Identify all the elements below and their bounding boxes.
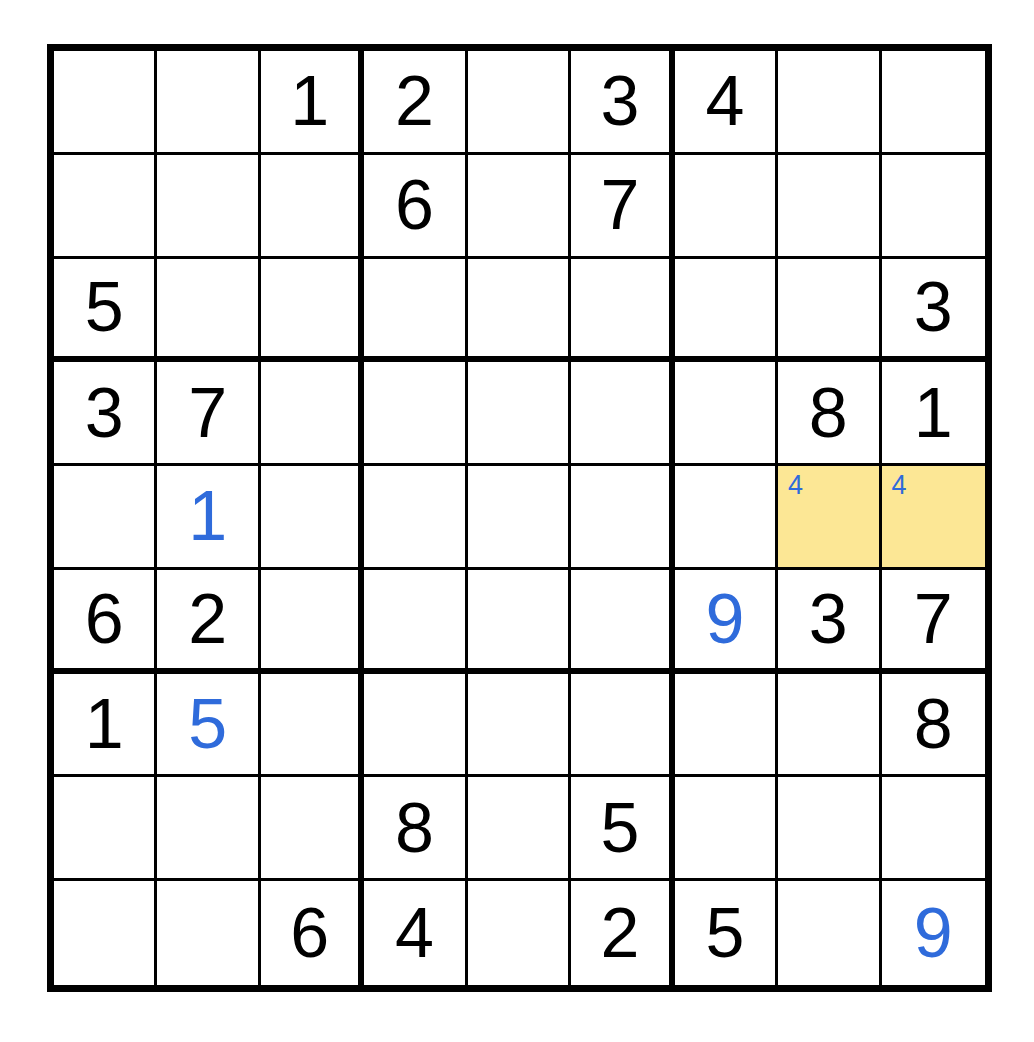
cell-r2c7[interactable] [675, 155, 778, 259]
cell-r6c4[interactable] [364, 570, 467, 674]
given-digit: 7 [914, 584, 953, 654]
given-digit: 8 [914, 689, 953, 759]
cell-r9c6[interactable]: 2 [571, 881, 674, 985]
cell-r5c4[interactable] [364, 466, 467, 570]
given-digit: 2 [600, 898, 639, 968]
given-digit: 5 [85, 272, 124, 342]
cell-r9c5[interactable] [468, 881, 571, 985]
given-digit: 1 [290, 66, 329, 136]
given-digit: 7 [188, 378, 227, 448]
given-digit: 3 [85, 378, 124, 448]
cell-r9c2[interactable] [157, 881, 260, 985]
cell-r5c1[interactable] [54, 466, 157, 570]
pencil-notes: 4 [788, 472, 811, 499]
cell-r1c5[interactable] [468, 51, 571, 155]
cell-r5c6[interactable] [571, 466, 674, 570]
cell-r5c8[interactable]: 4 [778, 466, 881, 570]
cell-r1c8[interactable] [778, 51, 881, 155]
cell-r7c3[interactable] [261, 674, 364, 778]
sudoku-board: 123467533781144629371588564259 [47, 44, 992, 992]
cell-r2c2[interactable] [157, 155, 260, 259]
cell-r6c9[interactable]: 7 [882, 570, 985, 674]
entry-digit: 9 [914, 898, 953, 968]
cell-r8c4[interactable]: 8 [364, 777, 467, 881]
cell-r6c3[interactable] [261, 570, 364, 674]
cell-r7c5[interactable] [468, 674, 571, 778]
cell-r2c1[interactable] [54, 155, 157, 259]
cell-r2c6[interactable]: 7 [571, 155, 674, 259]
cell-r3c2[interactable] [157, 259, 260, 363]
given-digit: 3 [600, 66, 639, 136]
given-digit: 6 [395, 170, 434, 240]
entry-digit: 1 [188, 481, 227, 551]
cell-r3c4[interactable] [364, 259, 467, 363]
given-digit: 7 [600, 170, 639, 240]
cell-r7c4[interactable] [364, 674, 467, 778]
cell-r8c1[interactable] [54, 777, 157, 881]
cell-r3c1[interactable]: 5 [54, 259, 157, 363]
cell-r3c3[interactable] [261, 259, 364, 363]
cell-r8c7[interactable] [675, 777, 778, 881]
cell-r1c1[interactable] [54, 51, 157, 155]
given-digit: 8 [395, 793, 434, 863]
cell-r7c2[interactable]: 5 [157, 674, 260, 778]
cell-r4c3[interactable] [261, 362, 364, 466]
cell-r7c8[interactable] [778, 674, 881, 778]
cell-r4c2[interactable]: 7 [157, 362, 260, 466]
cell-r6c2[interactable]: 2 [157, 570, 260, 674]
cell-r5c5[interactable] [468, 466, 571, 570]
cell-r5c2[interactable]: 1 [157, 466, 260, 570]
cell-r6c6[interactable] [571, 570, 674, 674]
cell-r3c8[interactable] [778, 259, 881, 363]
cell-r4c8[interactable]: 8 [778, 362, 881, 466]
cell-r1c9[interactable] [882, 51, 985, 155]
cell-r7c6[interactable] [571, 674, 674, 778]
given-digit: 1 [85, 689, 124, 759]
cell-r3c9[interactable]: 3 [882, 259, 985, 363]
cell-r9c3[interactable]: 6 [261, 881, 364, 985]
given-digit: 3 [914, 272, 953, 342]
cell-r9c8[interactable] [778, 881, 881, 985]
cell-r8c5[interactable] [468, 777, 571, 881]
cell-r6c8[interactable]: 3 [778, 570, 881, 674]
entry-digit: 9 [705, 584, 744, 654]
cell-r8c6[interactable]: 5 [571, 777, 674, 881]
cell-r4c4[interactable] [364, 362, 467, 466]
given-digit: 6 [85, 584, 124, 654]
given-digit: 2 [188, 584, 227, 654]
cell-r7c9[interactable]: 8 [882, 674, 985, 778]
cell-r8c9[interactable] [882, 777, 985, 881]
cell-r8c3[interactable] [261, 777, 364, 881]
pencil-notes: 4 [892, 472, 915, 499]
cell-r2c9[interactable] [882, 155, 985, 259]
given-digit: 4 [395, 898, 434, 968]
cell-r6c5[interactable] [468, 570, 571, 674]
cell-r6c7[interactable]: 9 [675, 570, 778, 674]
given-digit: 8 [809, 378, 848, 448]
given-digit: 4 [705, 66, 744, 136]
cell-r3c7[interactable] [675, 259, 778, 363]
cell-r5c9[interactable]: 4 [882, 466, 985, 570]
cell-r1c2[interactable] [157, 51, 260, 155]
given-digit: 5 [705, 898, 744, 968]
given-digit: 2 [395, 66, 434, 136]
cell-r2c3[interactable] [261, 155, 364, 259]
cell-r5c7[interactable] [675, 466, 778, 570]
cell-r7c7[interactable] [675, 674, 778, 778]
cell-r4c7[interactable] [675, 362, 778, 466]
cell-r5c3[interactable] [261, 466, 364, 570]
cell-r4c5[interactable] [468, 362, 571, 466]
cell-r6c1[interactable]: 6 [54, 570, 157, 674]
cell-r9c1[interactable] [54, 881, 157, 985]
cell-r2c5[interactable] [468, 155, 571, 259]
cell-r4c1[interactable]: 3 [54, 362, 157, 466]
cell-r4c9[interactable]: 1 [882, 362, 985, 466]
cell-r1c4[interactable]: 2 [364, 51, 467, 155]
cell-r1c3[interactable]: 1 [261, 51, 364, 155]
cell-r3c6[interactable] [571, 259, 674, 363]
cell-r1c7[interactable]: 4 [675, 51, 778, 155]
given-digit: 6 [290, 898, 329, 968]
cell-r8c8[interactable] [778, 777, 881, 881]
cell-r3c5[interactable] [468, 259, 571, 363]
sudoku-page: 123467533781144629371588564259 [0, 0, 1034, 1042]
entry-digit: 5 [188, 689, 227, 759]
given-digit: 1 [914, 378, 953, 448]
cell-r2c4[interactable]: 6 [364, 155, 467, 259]
given-digit: 5 [600, 793, 639, 863]
cell-r9c7[interactable]: 5 [675, 881, 778, 985]
cell-r2c8[interactable] [778, 155, 881, 259]
cell-r4c6[interactable] [571, 362, 674, 466]
cell-r9c4[interactable]: 4 [364, 881, 467, 985]
cell-r1c6[interactable]: 3 [571, 51, 674, 155]
cell-r9c9[interactable]: 9 [882, 881, 985, 985]
cell-r8c2[interactable] [157, 777, 260, 881]
given-digit: 3 [809, 584, 848, 654]
cell-r7c1[interactable]: 1 [54, 674, 157, 778]
